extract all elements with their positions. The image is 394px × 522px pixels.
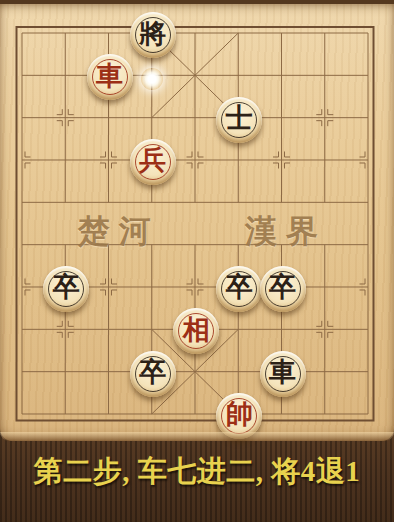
piece-black-chariot[interactable]: 車 [260, 351, 306, 397]
xiangqi-board[interactable]: 楚河 漢界 將車士兵卒卒卒相卒車帥 [0, 0, 394, 441]
piece-black-soldier-2[interactable]: 卒 [216, 266, 262, 312]
piece-glyph: 車 [269, 359, 296, 386]
piece-glyph: 兵 [139, 147, 166, 174]
piece-glyph: 卒 [53, 274, 80, 301]
piece-black-soldier-3[interactable]: 卒 [260, 266, 306, 312]
piece-black-advisor[interactable]: 士 [216, 97, 262, 143]
piece-red-chariot[interactable]: 車 [87, 54, 133, 100]
piece-black-soldier-1[interactable]: 卒 [43, 266, 89, 312]
piece-red-general[interactable]: 帥 [216, 393, 262, 439]
piece-glyph: 士 [226, 105, 253, 132]
piece-glyph: 卒 [139, 359, 166, 386]
piece-glyph: 將 [139, 21, 166, 48]
xiangqi-app: 第二步, 车七进二, 将4退1 楚河 漢界 將車士兵卒卒卒相卒車帥 [0, 0, 394, 522]
piece-glyph: 卒 [269, 274, 296, 301]
piece-black-soldier-4[interactable]: 卒 [130, 351, 176, 397]
piece-red-soldier[interactable]: 兵 [130, 139, 176, 185]
piece-glyph: 帥 [226, 401, 253, 428]
piece-glyph: 車 [96, 63, 123, 90]
move-caption: 第二步, 车七进二, 将4退1 [0, 452, 394, 492]
piece-red-elephant[interactable]: 相 [173, 308, 219, 354]
caption-band: 第二步, 车七进二, 将4退1 [0, 428, 394, 522]
piece-black-general[interactable]: 將 [130, 12, 176, 58]
board-grid [0, 0, 394, 441]
piece-glyph: 卒 [226, 274, 253, 301]
piece-glyph: 相 [183, 317, 210, 344]
